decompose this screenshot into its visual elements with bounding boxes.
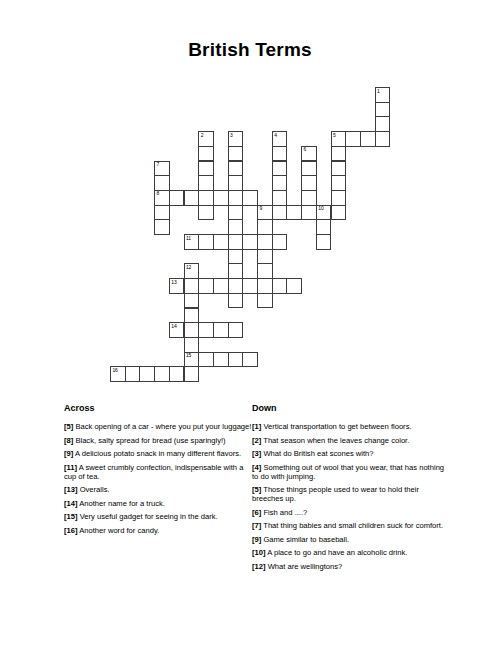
- grid-cell[interactable]: [228, 322, 244, 338]
- grid-cell[interactable]: [198, 352, 214, 368]
- grid-cell[interactable]: 9: [257, 205, 273, 221]
- grid-cell[interactable]: 12: [184, 263, 200, 279]
- grid-cell[interactable]: [198, 146, 214, 162]
- clue-num-label: [12]: [252, 562, 266, 571]
- grid-cell[interactable]: [198, 190, 214, 206]
- grid-cell[interactable]: [331, 205, 347, 221]
- grid-cell[interactable]: [301, 190, 317, 206]
- across-clue: [16] Another word for candy.: [64, 526, 252, 535]
- grid-cell[interactable]: 6: [301, 146, 317, 162]
- grid-cell[interactable]: [331, 146, 347, 162]
- grid-cell[interactable]: [184, 366, 200, 382]
- grid-cell[interactable]: [242, 278, 258, 294]
- grid-cell[interactable]: [286, 278, 302, 294]
- grid-cell[interactable]: [213, 234, 229, 250]
- down-clue: [2] That season when the leaves change c…: [252, 436, 446, 445]
- across-header: Across: [64, 403, 252, 413]
- grid-cell[interactable]: [213, 352, 229, 368]
- down-header: Down: [252, 403, 446, 413]
- down-clue-list: [1] Vertical transportation to get betwe…: [252, 422, 446, 571]
- grid-cell[interactable]: [257, 234, 273, 250]
- across-clue: [11] A sweet crumbly confection, indispe…: [64, 463, 252, 481]
- grid-cell[interactable]: [139, 366, 155, 382]
- grid-cell[interactable]: 8: [154, 190, 170, 206]
- clue-number: 12: [186, 265, 191, 271]
- grid-cell[interactable]: [257, 219, 273, 235]
- clue-number: 10: [318, 206, 323, 212]
- clue-num-label: [1]: [252, 422, 261, 431]
- grid-cell[interactable]: 2: [198, 131, 214, 147]
- grid-cell[interactable]: [228, 161, 244, 177]
- grid-cell[interactable]: [154, 366, 170, 382]
- grid-cell[interactable]: [198, 161, 214, 177]
- grid-cell[interactable]: [272, 278, 288, 294]
- grid-cell[interactable]: [331, 190, 347, 206]
- grid-cell[interactable]: 5: [331, 131, 347, 147]
- down-clue: [6] Fish and ....?: [252, 508, 446, 517]
- grid-cell[interactable]: [257, 263, 273, 279]
- grid-cell[interactable]: [257, 249, 273, 265]
- clue-num-label: [4]: [252, 463, 261, 472]
- clue-num-label: [11]: [64, 463, 77, 472]
- grid-cell[interactable]: 16: [110, 366, 126, 382]
- grid-cell[interactable]: [213, 190, 229, 206]
- clue-num-label: [5]: [252, 485, 261, 494]
- grid-cell[interactable]: [213, 278, 229, 294]
- clue-num-label: [3]: [252, 449, 261, 458]
- grid-cell[interactable]: [228, 293, 244, 309]
- clue-num-label: [9]: [64, 449, 73, 458]
- grid-cell[interactable]: [228, 175, 244, 191]
- grid-cell[interactable]: [228, 234, 244, 250]
- clue-num-label: [8]: [64, 436, 73, 445]
- across-clue-list: [5] Back opening of a car - where you pu…: [64, 422, 252, 535]
- down-clue: [10] A place to go and have an alcoholic…: [252, 548, 446, 557]
- clue-num-label: [7]: [252, 521, 261, 530]
- grid-cell[interactable]: [272, 146, 288, 162]
- grid-cell[interactable]: [242, 352, 258, 368]
- grid-cell[interactable]: [228, 190, 244, 206]
- grid-cell[interactable]: [242, 234, 258, 250]
- grid-cell[interactable]: [198, 175, 214, 191]
- grid-cell[interactable]: [272, 161, 288, 177]
- grid-cell[interactable]: [228, 249, 244, 265]
- down-clue: [12] What are wellingtons?: [252, 562, 446, 571]
- grid-cell[interactable]: [228, 205, 244, 221]
- grid-cell[interactable]: [331, 175, 347, 191]
- across-clue: [9] A delicious potato snack in many dif…: [64, 449, 252, 458]
- clue-num-label: [5]: [64, 422, 73, 431]
- grid-cell[interactable]: [198, 205, 214, 221]
- grid-cell[interactable]: [242, 190, 258, 206]
- clue-num-label: [9]: [252, 535, 261, 544]
- crossword-page: { "game": "crossword", "title": "British…: [0, 0, 500, 647]
- grid-cell[interactable]: [301, 161, 317, 177]
- grid-cell[interactable]: [184, 278, 200, 294]
- clue-num-label: [16]: [64, 526, 78, 535]
- grid-cell[interactable]: [125, 366, 141, 382]
- grid-cell[interactable]: 10: [316, 205, 332, 221]
- grid-cell[interactable]: [169, 366, 185, 382]
- across-clue: [14] Another name for a truck.: [64, 499, 252, 508]
- grid-cell[interactable]: [154, 205, 170, 221]
- grid-cell[interactable]: [228, 352, 244, 368]
- grid-cell[interactable]: [154, 219, 170, 235]
- clue-number: 7: [157, 162, 160, 168]
- grid-cell[interactable]: [184, 293, 200, 309]
- grid-cell[interactable]: [272, 205, 288, 221]
- grid-cell[interactable]: [375, 131, 391, 147]
- clue-num-label: [2]: [252, 436, 261, 445]
- clue-number: 6: [304, 147, 307, 153]
- grid-cell[interactable]: [286, 205, 302, 221]
- across-clue: [15] Very useful gadget for seeing in th…: [64, 512, 252, 521]
- down-clue: [3] What do British eat scones with?: [252, 449, 446, 458]
- across-clue: [8] Black, salty spread for bread (use s…: [64, 436, 252, 445]
- down-clue: [4] Something out of wool that you wear,…: [252, 463, 446, 481]
- clue-num-label: [14]: [64, 499, 78, 508]
- clue-number: 16: [113, 368, 118, 374]
- grid-cell[interactable]: [184, 322, 200, 338]
- clue-num-label: [13]: [64, 485, 78, 494]
- clue-number: 5: [333, 133, 336, 139]
- grid-cell[interactable]: [184, 190, 200, 206]
- down-clue: [5] Those things people used to wear to …: [252, 485, 446, 503]
- across-clue: [13] Overalls.: [64, 485, 252, 494]
- clue-num-label: [6]: [252, 508, 261, 517]
- grid-cell[interactable]: 11: [184, 234, 200, 250]
- clue-num-label: [10]: [252, 548, 266, 557]
- grid-cell[interactable]: 7: [154, 161, 170, 177]
- grid-cell[interactable]: [345, 131, 361, 147]
- clue-number: 8: [157, 191, 160, 197]
- grid-cell[interactable]: [228, 146, 244, 162]
- grid-cell[interactable]: [360, 131, 376, 147]
- down-clue: [1] Vertical transportation to get betwe…: [252, 422, 446, 431]
- clue-number: 15: [186, 353, 191, 359]
- clue-number: 4: [274, 133, 277, 139]
- clue-number: 11: [186, 236, 191, 242]
- grid-cell[interactable]: 4: [272, 131, 288, 147]
- grid-cell[interactable]: [301, 205, 317, 221]
- clue-num-label: [15]: [64, 512, 78, 521]
- puzzle-title: British Terms: [0, 39, 500, 61]
- grid-cell[interactable]: [316, 234, 332, 250]
- grid-cell[interactable]: 3: [228, 131, 244, 147]
- down-clue: [9] Game similar to baseball.: [252, 535, 446, 544]
- clue-number: 14: [171, 324, 176, 330]
- grid-cell[interactable]: [331, 161, 347, 177]
- grid-cell[interactable]: [272, 234, 288, 250]
- grid-cell[interactable]: [198, 322, 214, 338]
- grid-cell[interactable]: 15: [184, 352, 200, 368]
- grid-cell[interactable]: [272, 190, 288, 206]
- grid-cell[interactable]: [301, 175, 317, 191]
- grid-cell[interactable]: [257, 278, 273, 294]
- grid-cell[interactable]: [228, 263, 244, 279]
- grid-cell[interactable]: [228, 219, 244, 235]
- grid-cell[interactable]: [272, 175, 288, 191]
- clue-number: 3: [230, 133, 233, 139]
- down-clue: [7] That thing babies and small children…: [252, 521, 446, 530]
- clue-number: 9: [260, 206, 263, 212]
- down-clues-column: Down [1] Vertical transportation to get …: [252, 403, 446, 575]
- grid-cell[interactable]: [213, 322, 229, 338]
- across-clue: [5] Back opening of a car - where you pu…: [64, 422, 252, 431]
- grid-cell[interactable]: [198, 278, 214, 294]
- grid-cell[interactable]: [154, 175, 170, 191]
- across-clues-column: Across [5] Back opening of a car - where…: [64, 403, 252, 539]
- grid-cell[interactable]: [375, 102, 391, 118]
- grid-cell[interactable]: [184, 308, 200, 324]
- grid-cell[interactable]: [375, 116, 391, 132]
- clue-number: 2: [201, 133, 204, 139]
- grid-cell[interactable]: [198, 234, 214, 250]
- clue-number: 1: [377, 89, 380, 95]
- grid-cell[interactable]: [316, 219, 332, 235]
- grid-cell[interactable]: [169, 190, 185, 206]
- grid-cell[interactable]: 1: [375, 87, 391, 103]
- grid-cell[interactable]: 14: [169, 322, 185, 338]
- grid-cell[interactable]: 13: [169, 278, 185, 294]
- grid-cell[interactable]: [184, 337, 200, 353]
- grid-cell[interactable]: [257, 293, 273, 309]
- crossword-grid: 12345678910111213141516: [110, 87, 391, 383]
- grid-cell[interactable]: [228, 278, 244, 294]
- clue-number: 13: [171, 280, 176, 286]
